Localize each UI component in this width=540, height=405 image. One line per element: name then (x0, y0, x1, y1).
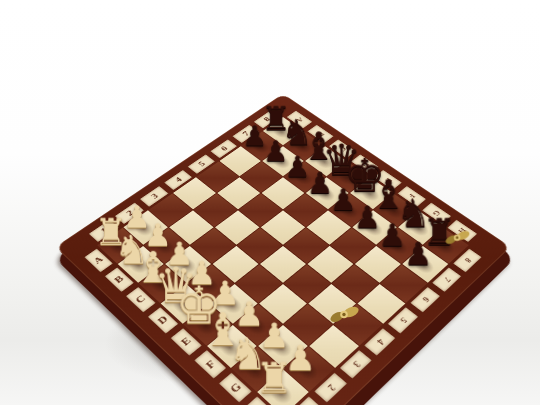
rank-label-6: 6 (207, 137, 240, 160)
chess-board: ABCDEFGH8♜♞♝♛♚♝♞♜87♟♟♟♟♟♟♟♟7665544332♟♟♟… (55, 94, 510, 405)
rank-label-3: 3 (137, 184, 172, 210)
coordinate-label: D (360, 160, 370, 167)
coordinate-tile: 6 (210, 139, 237, 158)
rank-label-4: 4 (161, 168, 195, 193)
rank-label-5: 5 (184, 152, 218, 176)
square-d7[interactable]: ♟ (306, 177, 349, 209)
square-d6[interactable] (284, 194, 328, 227)
file-label-far-b: B (304, 123, 336, 146)
square-c7[interactable]: ♟ (284, 161, 326, 192)
brass-clasp-icon (330, 304, 360, 326)
coordinate-tile: D (351, 154, 379, 174)
coordinate-label: F (407, 193, 417, 200)
coordinate-label: 3 (149, 192, 160, 200)
square-b4[interactable] (194, 194, 238, 227)
coordinate-tile: 7 (232, 125, 259, 144)
coordinate-tile: B (307, 125, 334, 144)
coordinate-tile: 3 (140, 186, 169, 207)
folding-chess-box: ABCDEFGH8♜♞♝♛♚♝♞♜87♟♟♟♟♟♟♟♟7665544332♟♟♟… (122, 86, 444, 405)
perspective-wrapper: ABCDEFGH8♜♞♝♛♚♝♞♜87♟♟♟♟♟♟♟♟7665544332♟♟♟… (0, 0, 540, 405)
coordinate-label: 6 (420, 295, 430, 303)
square-c6[interactable] (262, 177, 305, 209)
piece-black-king[interactable]: ♚ (325, 152, 405, 198)
coordinate-label: 2 (325, 383, 336, 393)
coordinate-tile: 8 (253, 110, 279, 128)
square-e6[interactable] (307, 210, 351, 244)
chess-set-photo: ABCDEFGH8♜♞♝♛♚♝♞♜87♟♟♟♟♟♟♟♟7665544332♟♟♟… (0, 0, 540, 405)
coordinate-label: 8 (462, 256, 472, 264)
coordinate-tile: F (397, 186, 426, 207)
file-label-far-e: E (371, 168, 405, 193)
square-b5[interactable] (217, 177, 260, 209)
square-b8[interactable]: ♞ (284, 131, 325, 160)
coordinate-label: C (337, 145, 347, 152)
coordinate-label: B (316, 130, 326, 137)
rank-label-8: 8 (251, 109, 283, 131)
piece-black-pawn[interactable]: ♟ (217, 122, 293, 150)
coordinate-tile: E (374, 170, 402, 191)
piece-white-rook[interactable]: ♜ (226, 357, 322, 399)
file-label-far-f: F (394, 184, 429, 210)
coordinate-label: 8 (261, 116, 271, 123)
square-d5[interactable] (261, 210, 305, 244)
file-label-far-c: C (326, 137, 359, 160)
file-label-far-a: A (284, 109, 316, 131)
coordinate-tile: C (329, 139, 356, 158)
coordinate-label: 5 (398, 316, 409, 325)
square-c5[interactable] (239, 194, 283, 227)
coordinate-label: 5 (196, 160, 207, 168)
file-label-far-d: D (348, 152, 382, 176)
coordinate-tile: 5 (187, 154, 215, 174)
piece-black-pawn[interactable]: ♟ (303, 185, 385, 215)
coordinate-label: 4 (173, 176, 184, 184)
coordinate-tile: A (286, 110, 312, 128)
coordinate-label: 3 (350, 359, 361, 368)
brass-clasp-icon (445, 229, 471, 248)
coordinate-label: 6 (219, 145, 229, 153)
coordinate-label: 7 (240, 130, 250, 137)
coordinate-label: E (383, 176, 393, 183)
coordinate-label: A (295, 116, 305, 123)
square-b7[interactable]: ♟ (262, 146, 304, 176)
coordinate-tile: 4 (164, 170, 192, 191)
coordinate-label: 4 (375, 337, 386, 346)
square-b6[interactable] (240, 161, 282, 192)
coordinate-label: 7 (442, 276, 452, 284)
piece-black-pawn[interactable]: ♟ (258, 152, 337, 181)
piece-black-pawn[interactable]: ♟ (280, 168, 360, 198)
frame-corner (271, 100, 294, 116)
piece-black-pawn[interactable]: ♟ (237, 137, 315, 166)
rank-label-7: 7 (229, 123, 261, 146)
